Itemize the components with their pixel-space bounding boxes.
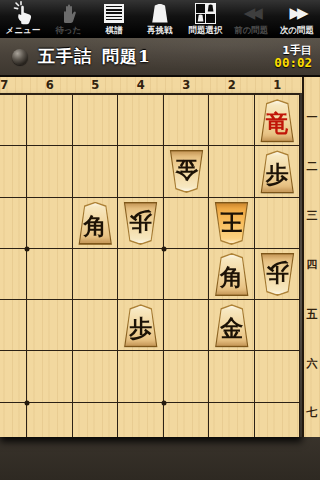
board-cell[interactable] xyxy=(164,300,210,351)
file-label: 3 xyxy=(164,77,210,93)
board-clip: 竜歩金角歩王角歩歩金 xyxy=(0,93,302,437)
board-cell[interactable] xyxy=(73,146,119,197)
file-coordinates-strip: 7654321 xyxy=(0,77,302,93)
file-labels: 7654321 xyxy=(0,77,300,93)
star-point xyxy=(161,246,166,251)
star-point xyxy=(25,246,30,251)
board-cell[interactable] xyxy=(255,351,301,402)
board-cell[interactable] xyxy=(27,146,73,197)
board-cell[interactable] xyxy=(73,300,119,351)
board-cell[interactable] xyxy=(27,351,73,402)
palm-hand-icon xyxy=(59,1,79,25)
board-cell[interactable] xyxy=(27,300,73,351)
board-cell[interactable] xyxy=(164,351,210,402)
board-cell[interactable] xyxy=(27,403,73,437)
problem-select-button[interactable]: 問題選択 xyxy=(183,0,229,36)
board-cell[interactable] xyxy=(73,95,119,146)
piece-kanji: 金 xyxy=(220,316,243,339)
board-cell[interactable] xyxy=(164,249,210,300)
board-cell[interactable] xyxy=(0,198,27,249)
board-cell[interactable] xyxy=(0,146,27,197)
file-label: 7 xyxy=(0,77,27,93)
board-cell[interactable] xyxy=(0,249,27,300)
file-label: 4 xyxy=(118,77,164,93)
piece-kanji: 角 xyxy=(220,265,243,288)
tap-hand-icon xyxy=(12,1,34,25)
file-label: 6 xyxy=(27,77,73,93)
piece-kanji: 角 xyxy=(84,214,107,237)
board-cell[interactable] xyxy=(73,249,119,300)
problem-number: 問題1 xyxy=(102,45,151,68)
menu-button[interactable]: メニュー xyxy=(0,0,46,36)
prev-problem-button: ◀◀ 前の問題 xyxy=(228,0,274,36)
board-cell[interactable] xyxy=(255,198,301,249)
status-right: 1手目 00:02 xyxy=(274,45,312,69)
turn-indicator-ball xyxy=(12,49,28,65)
rank-label: 五 xyxy=(304,290,320,339)
board-cell[interactable] xyxy=(164,95,210,146)
rank-label: 三 xyxy=(304,191,320,240)
undo-button: 待った xyxy=(46,0,92,36)
problem-grid-icon xyxy=(195,1,216,25)
board-cell[interactable] xyxy=(0,300,27,351)
board-cell[interactable] xyxy=(27,198,73,249)
board-cell[interactable] xyxy=(255,403,301,437)
star-point xyxy=(161,400,166,405)
retry-button[interactable]: 再挑戦 xyxy=(137,0,183,36)
board-cell[interactable] xyxy=(73,351,119,402)
board-cell[interactable] xyxy=(209,351,255,402)
file-label: 2 xyxy=(209,77,255,93)
board-cell[interactable] xyxy=(255,300,301,351)
toolbar: メニュー 待った 棋譜 再挑戦 xyxy=(0,0,320,38)
piece-kanji: 歩 xyxy=(266,262,289,285)
prev-arrows-icon: ◀◀ xyxy=(244,1,259,25)
piece-kanji: 竜 xyxy=(266,111,289,134)
star-point xyxy=(25,400,30,405)
kifu-label: 棋譜 xyxy=(106,25,123,35)
file-label: 5 xyxy=(73,77,119,93)
board-cell[interactable] xyxy=(164,403,210,437)
piece-kanji: 歩 xyxy=(266,162,289,185)
shogi-piece-icon xyxy=(151,1,168,25)
retry-label: 再挑戦 xyxy=(147,25,173,35)
timer: 00:02 xyxy=(274,57,312,69)
board-cell[interactable] xyxy=(73,403,119,437)
board-cell[interactable] xyxy=(0,403,27,437)
status-bar: 五手詰 問題1 1手目 00:02 xyxy=(0,38,320,77)
rank-label: 六 xyxy=(304,339,320,388)
rank-label: 四 xyxy=(304,240,320,289)
next-arrows-icon: ▶▶ xyxy=(289,1,304,25)
rank-label: 二 xyxy=(304,142,320,191)
rank-label: 七 xyxy=(304,388,320,437)
piece-kanji: 歩 xyxy=(129,211,152,234)
board-cell[interactable] xyxy=(27,95,73,146)
undo-label: 待った xyxy=(56,25,82,35)
board-cell[interactable] xyxy=(209,95,255,146)
board-area: 7654321 竜歩金角歩王角歩歩金 一二三四五六七 xyxy=(0,77,320,480)
board-cell[interactable] xyxy=(27,249,73,300)
kifu-button[interactable]: 棋譜 xyxy=(91,0,137,36)
board-cell[interactable] xyxy=(164,198,210,249)
board-cell[interactable] xyxy=(0,351,27,402)
next-problem-button[interactable]: ▶▶ 次の問題 xyxy=(274,0,320,36)
app-screen: メニュー 待った 棋譜 再挑戦 xyxy=(0,0,320,480)
board-cell[interactable] xyxy=(118,351,164,402)
rank-label: 一 xyxy=(304,93,320,142)
piece-kanji: 歩 xyxy=(129,316,152,339)
piece-kanji: 王 xyxy=(220,211,243,234)
piece-kanji: 金 xyxy=(175,159,198,182)
board-cell[interactable] xyxy=(118,249,164,300)
next-problem-label: 次の問題 xyxy=(280,25,314,35)
menu-label: メニュー xyxy=(6,25,41,35)
problem-type: 五手詰 xyxy=(38,45,92,68)
board-cell[interactable] xyxy=(0,95,27,146)
file-label: 1 xyxy=(255,77,301,93)
rank-coordinates-strip: 一二三四五六七 xyxy=(302,77,320,437)
shogi-board[interactable]: 竜歩金角歩王角歩歩金 xyxy=(0,93,300,437)
kifu-list-icon xyxy=(104,1,124,25)
board-cell[interactable] xyxy=(209,403,255,437)
problem-select-label: 問題選択 xyxy=(189,25,223,35)
board-cell[interactable] xyxy=(118,403,164,437)
board-cell[interactable] xyxy=(118,95,164,146)
prev-problem-label: 前の問題 xyxy=(234,25,268,35)
board-cell[interactable] xyxy=(209,146,255,197)
board-cell[interactable] xyxy=(118,146,164,197)
